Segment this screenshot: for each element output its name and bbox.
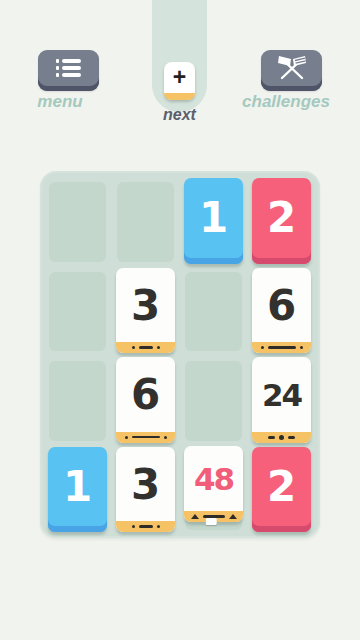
empty-slot [49,272,106,352]
crossed-flags-icon [275,55,309,81]
empty-slot [185,272,242,352]
board-cell-r2c4: 6 [253,271,310,354]
tile-3[interactable]: 3 [116,447,175,533]
next-tile: + [164,62,195,100]
empty-slot [185,361,242,441]
tile-face-dot-longline-dot [252,342,311,353]
empty-slot [49,361,106,441]
board-cell-r4c1: 1 [49,450,106,533]
tile-number: 3 [116,268,175,345]
next-tile-foot [164,93,195,100]
tile-face-dot-line-dot [116,342,175,353]
tile-2[interactable]: 2 [252,178,311,264]
tile-number: 48 [184,446,243,514]
board-cell-r1c2 [117,181,174,264]
empty-slot [49,182,106,262]
next-label: next [132,106,227,124]
tile-number: 2 [252,178,311,259]
tile-48[interactable]: 48 [184,446,243,523]
tile-number: 1 [48,447,107,528]
tile-face-dot-line-dot [116,521,175,532]
tile-3[interactable]: 3 [116,268,175,354]
tile-2[interactable]: 2 [252,447,311,533]
tile-number: 6 [252,268,311,345]
menu-label: menu [20,92,100,112]
board-cell-r2c3 [185,271,242,354]
board-cell-r1c1 [49,181,106,264]
next-card-stack: + [152,0,207,112]
board-cell-r3c2: 6 [117,360,174,443]
board-cell-r3c4: 24 [253,360,310,443]
empty-slot [117,182,174,262]
board-cell-r4c2: 3 [117,450,174,533]
tile-number: 1 [184,178,243,259]
menu-list-icon [56,59,82,77]
board-cell-r2c1 [49,271,106,354]
board-cell-r4c4: 2 [253,450,310,533]
challenges-button[interactable] [261,50,322,91]
board-cell-r3c1 [49,360,106,443]
board-cell-r1c4: 2 [253,181,310,264]
board-cell-r3c3 [185,360,242,443]
plus-icon: + [164,62,195,93]
tile-6[interactable]: 6 [252,268,311,354]
tile-face-fangs [184,511,243,522]
tile-number: 6 [116,357,175,434]
tile-number: 24 [252,357,311,434]
threes-game-screen: + next menu challenges 123662413482 [0,0,360,640]
game-board[interactable]: 123662413482 [40,171,320,538]
tile-1[interactable]: 1 [48,447,107,533]
tile-number: 2 [252,447,311,528]
tile-face-dash-dot-dash [252,432,311,443]
board-cell-r2c2: 3 [117,271,174,354]
board-cell-r4c3: 48 [185,450,242,533]
challenges-label: challenges [227,92,345,112]
tile-number: 3 [116,447,175,524]
tile-6[interactable]: 6 [116,357,175,443]
board-cell-r1c3: 1 [185,181,242,264]
menu-button[interactable] [38,50,99,91]
tile-1[interactable]: 1 [184,178,243,264]
tile-face-dot-longline-dot [116,432,175,443]
tile-24[interactable]: 24 [252,357,311,443]
